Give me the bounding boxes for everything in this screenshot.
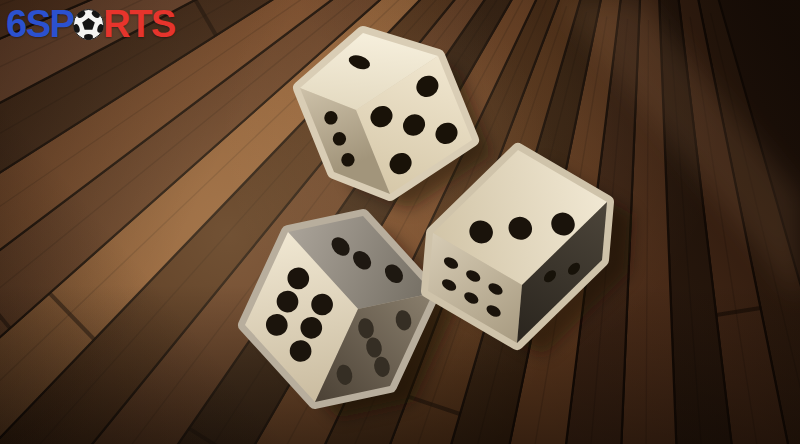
soccer-ball-icon — [72, 8, 105, 41]
logo-text-blue: 6SP — [6, 2, 73, 46]
dice-photo-scene: 6SP RTS — [0, 0, 800, 444]
brand-logo: 6SP RTS — [6, 2, 175, 46]
scene-canvas — [0, 0, 800, 444]
logo-text-red: RTS — [103, 2, 175, 46]
ball-patch — [84, 34, 93, 40]
